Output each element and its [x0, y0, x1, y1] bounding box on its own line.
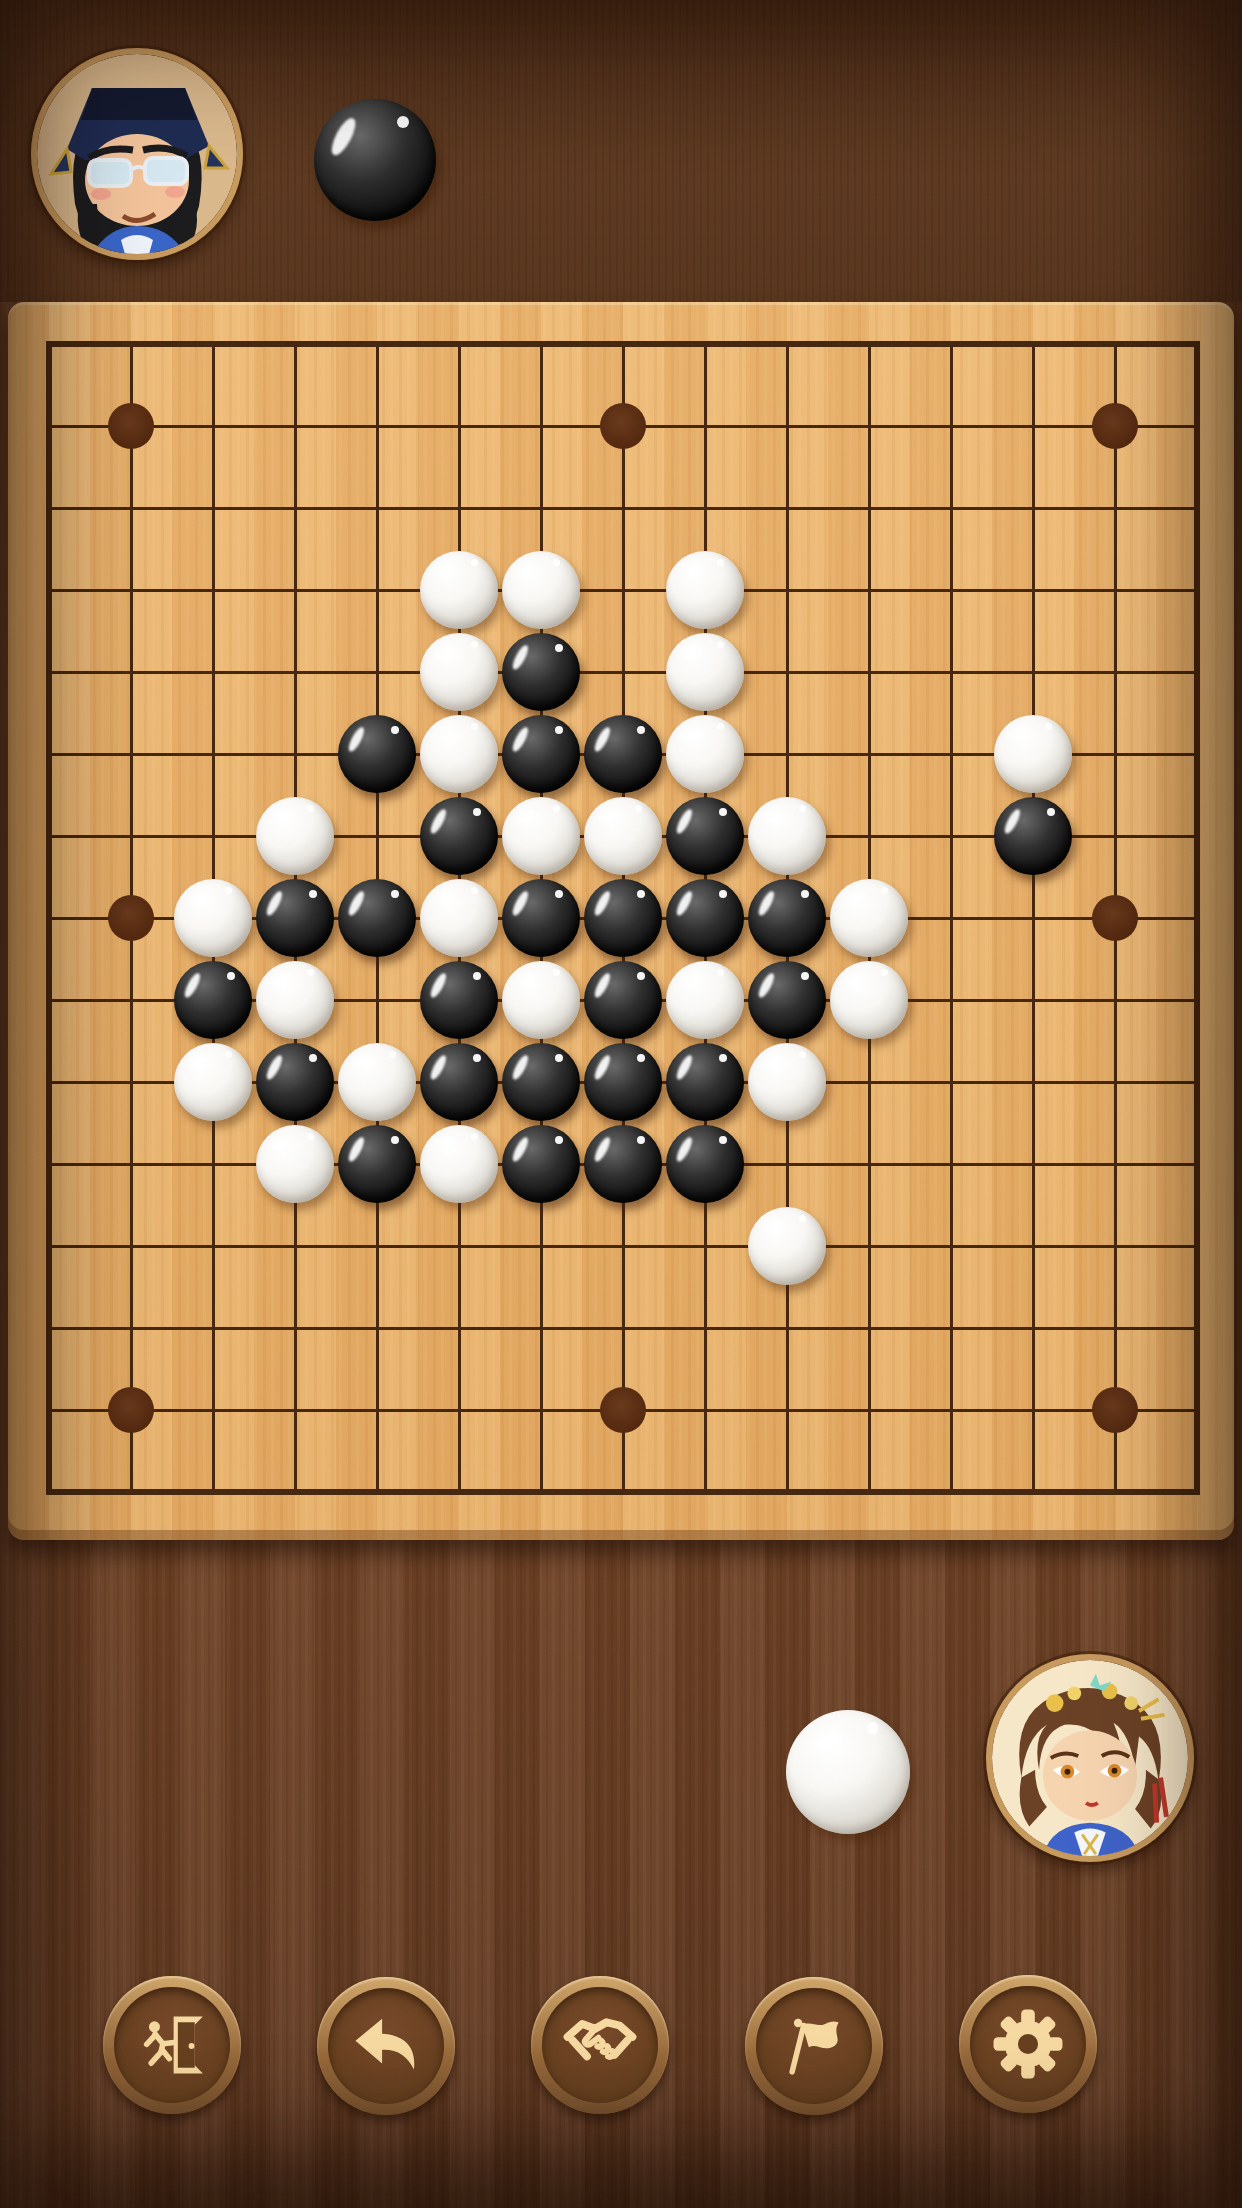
- white-stone: [502, 797, 580, 875]
- white-stone: [666, 551, 744, 629]
- black-stone: [666, 1125, 744, 1203]
- star-point: [1092, 1387, 1138, 1433]
- star-point: [600, 403, 646, 449]
- undo-button[interactable]: [317, 1977, 455, 2115]
- draw-button[interactable]: [531, 1976, 669, 2114]
- white-stone: [420, 879, 498, 957]
- star-point: [1092, 403, 1138, 449]
- black-stone: [256, 1043, 334, 1121]
- black-stone: [994, 797, 1072, 875]
- white-stone: [666, 633, 744, 711]
- white-stone: [994, 715, 1072, 793]
- resign-button[interactable]: [745, 1977, 883, 2115]
- girl-illustration: [992, 1660, 1188, 1856]
- white-stone: [174, 879, 252, 957]
- scholar-man-illustration: [37, 54, 237, 254]
- black-stone: [502, 715, 580, 793]
- black-stone: [502, 633, 580, 711]
- black-stone: [666, 1043, 744, 1121]
- player-white-stone-indicator: [786, 1710, 910, 1834]
- white-stone: [256, 961, 334, 1039]
- exit-button[interactable]: [103, 1976, 241, 2114]
- star-point: [600, 1387, 646, 1433]
- black-stone: [338, 1125, 416, 1203]
- black-stone: [420, 797, 498, 875]
- black-stone: [420, 961, 498, 1039]
- gear-icon: [989, 2005, 1067, 2083]
- white-stone: [420, 1125, 498, 1203]
- grid-vline: [950, 341, 953, 1495]
- opponent-avatar[interactable]: [31, 48, 243, 260]
- black-stone: [338, 715, 416, 793]
- grid-vline: [1032, 341, 1035, 1495]
- black-stone: [584, 1125, 662, 1203]
- white-stone: [748, 1043, 826, 1121]
- grid-hline: [46, 1489, 1200, 1495]
- black-stone: [502, 1125, 580, 1203]
- white-stone: [830, 879, 908, 957]
- undo-arrow-icon: [347, 2007, 425, 2085]
- white-stone: [174, 1043, 252, 1121]
- player-avatar[interactable]: [986, 1654, 1194, 1862]
- white-stone: [666, 715, 744, 793]
- grid-hline: [46, 1245, 1200, 1248]
- black-stone: [502, 1043, 580, 1121]
- white-stone: [256, 797, 334, 875]
- black-stone: [584, 961, 662, 1039]
- black-stone: [584, 879, 662, 957]
- black-stone: [420, 1043, 498, 1121]
- black-stone: [748, 961, 826, 1039]
- white-stone: [830, 961, 908, 1039]
- black-stone: [584, 715, 662, 793]
- white-stone: [338, 1043, 416, 1121]
- grid-hline: [46, 1327, 1200, 1330]
- white-stone: [584, 797, 662, 875]
- white-stone: [748, 797, 826, 875]
- white-stone: [420, 551, 498, 629]
- black-stone: [584, 1043, 662, 1121]
- opponent-black-stone-indicator: [314, 99, 436, 221]
- handshake-icon: [561, 2006, 639, 2084]
- white-stone: [420, 715, 498, 793]
- black-stone: [256, 879, 334, 957]
- black-stone: [666, 797, 744, 875]
- exit-door-icon: [133, 2006, 211, 2084]
- star-point: [108, 1387, 154, 1433]
- white-stone: [256, 1125, 334, 1203]
- white-stone: [748, 1207, 826, 1285]
- white-stone: [502, 551, 580, 629]
- black-stone: [666, 879, 744, 957]
- white-stone: [502, 961, 580, 1039]
- black-stone: [502, 879, 580, 957]
- black-stone: [174, 961, 252, 1039]
- grid-vline: [1194, 341, 1200, 1495]
- gomoku-board[interactable]: [8, 302, 1234, 1540]
- white-stone: [420, 633, 498, 711]
- star-point: [108, 403, 154, 449]
- settings-button[interactable]: [959, 1975, 1097, 2113]
- star-point: [108, 895, 154, 941]
- star-point: [1092, 895, 1138, 941]
- black-stone: [338, 879, 416, 957]
- black-stone: [748, 879, 826, 957]
- flag-icon: [775, 2007, 853, 2085]
- white-stone: [666, 961, 744, 1039]
